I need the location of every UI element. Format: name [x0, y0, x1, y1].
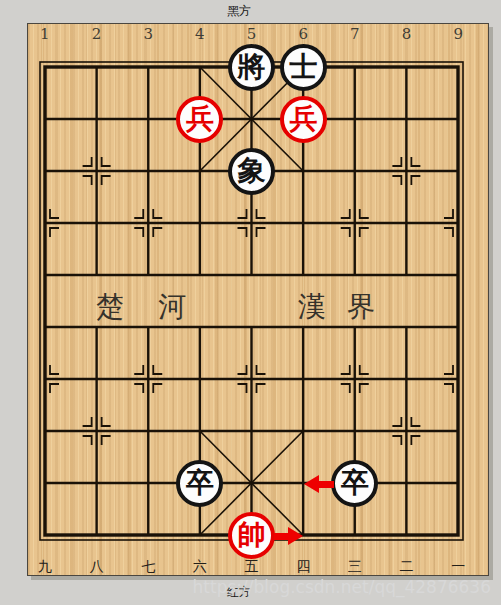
- move-arrow-left: [304, 475, 334, 493]
- black-side-caption: 黑方: [227, 3, 251, 20]
- piece-black-soldier[interactable]: 卒: [331, 460, 378, 507]
- piece-black-soldier[interactable]: 卒: [176, 460, 223, 507]
- board-point: 象: [226, 145, 278, 197]
- board-point: 兵: [174, 93, 226, 145]
- piece-black-elephant[interactable]: 象: [228, 148, 275, 195]
- board-point: 士: [277, 41, 329, 93]
- piece-black-general[interactable]: 將: [228, 44, 275, 91]
- board-point: 卒: [174, 457, 226, 509]
- piece-layer: 將士兵兵象卒卒帥: [19, 41, 484, 561]
- xiangqi-board: 123456789 九八七六五四三二一 楚河 漢界 將士兵兵象卒卒帥: [27, 23, 489, 576]
- board-point: 將: [226, 41, 278, 93]
- page: 黑方 123456789 九八七六五四三二一 楚河 漢界 將士兵兵象卒卒帥 红方…: [0, 0, 501, 605]
- board-point: 帥: [226, 509, 278, 561]
- watermark-url: https://blog.csdn.net/qq_42876636: [193, 577, 491, 597]
- piece-black-advisor[interactable]: 士: [280, 44, 327, 91]
- board-point: 卒: [329, 457, 381, 509]
- move-arrow-right: [274, 527, 303, 545]
- arrow-head-icon: [304, 475, 319, 493]
- arrow-shaft: [274, 533, 288, 540]
- arrow-shaft: [319, 481, 334, 488]
- arrow-head-icon: [288, 527, 303, 545]
- piece-red-soldier[interactable]: 兵: [280, 96, 327, 143]
- board-point: 兵: [277, 93, 329, 145]
- piece-red-general[interactable]: 帥: [228, 512, 275, 559]
- piece-red-soldier[interactable]: 兵: [176, 96, 223, 143]
